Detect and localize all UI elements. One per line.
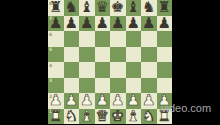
video-frame: 8♜♞♝♛♚♝♞♜7♟♟♟♟♟♟♟♟65432♟♟♟♟♟♟♟♟1♜♞♝♛♚♝♞♜… [0, 0, 220, 124]
square-g1[interactable]: ♞ [141, 109, 157, 125]
black-pawn[interactable]: ♟ [126, 16, 142, 32]
rank-label-3: 3 [49, 78, 52, 83]
square-f7[interactable]: ♟ [126, 16, 142, 32]
square-e7[interactable]: ♟ [110, 16, 126, 32]
black-pawn[interactable]: ♟ [95, 16, 111, 32]
square-b7[interactable]: ♟ [64, 16, 80, 32]
white-queen[interactable]: ♛ [95, 109, 111, 125]
square-d4[interactable] [95, 62, 111, 78]
square-b6[interactable] [64, 31, 80, 47]
square-h5[interactable] [157, 47, 173, 63]
rank-label-5: 5 [49, 47, 52, 52]
square-f1[interactable]: ♝ [126, 109, 142, 125]
square-c4[interactable] [79, 62, 95, 78]
square-c1[interactable]: ♝ [79, 109, 95, 125]
square-g6[interactable] [141, 31, 157, 47]
square-e5[interactable] [110, 47, 126, 63]
square-a6[interactable]: 6 [48, 31, 64, 47]
black-pawn[interactable]: ♟ [79, 16, 95, 32]
square-e6[interactable] [110, 31, 126, 47]
white-knight[interactable]: ♞ [141, 109, 157, 125]
square-a4[interactable]: 4 [48, 62, 64, 78]
square-h4[interactable] [157, 62, 173, 78]
square-d6[interactable] [95, 31, 111, 47]
black-pawn[interactable]: ♟ [141, 16, 157, 32]
square-f6[interactable] [126, 31, 142, 47]
rank-label-6: 6 [49, 32, 52, 37]
white-king[interactable]: ♚ [110, 109, 126, 125]
square-c5[interactable] [79, 47, 95, 63]
square-b4[interactable] [64, 62, 80, 78]
square-b1[interactable]: ♞ [64, 109, 80, 125]
square-e1[interactable]: ♚ [110, 109, 126, 125]
watermark-text: video.com [161, 102, 211, 114]
rank-label-4: 4 [49, 63, 52, 68]
square-e4[interactable] [110, 62, 126, 78]
square-h6[interactable] [157, 31, 173, 47]
black-pawn[interactable]: ♟ [64, 16, 80, 32]
black-pawn[interactable]: ♟ [157, 16, 173, 32]
black-pawn[interactable]: ♟ [110, 16, 126, 32]
white-bishop[interactable]: ♝ [126, 109, 142, 125]
square-h7[interactable]: ♟ [157, 16, 173, 32]
square-a7[interactable]: 7♟ [48, 16, 64, 32]
black-pawn[interactable]: ♟ [48, 16, 64, 32]
square-b5[interactable] [64, 47, 80, 63]
white-rook[interactable]: ♜ [48, 109, 64, 125]
square-c6[interactable] [79, 31, 95, 47]
square-d7[interactable]: ♟ [95, 16, 111, 32]
white-bishop[interactable]: ♝ [79, 109, 95, 125]
square-f4[interactable] [126, 62, 142, 78]
square-d5[interactable] [95, 47, 111, 63]
square-g5[interactable] [141, 47, 157, 63]
square-g7[interactable]: ♟ [141, 16, 157, 32]
square-g4[interactable] [141, 62, 157, 78]
square-f5[interactable] [126, 47, 142, 63]
square-a5[interactable]: 5 [48, 47, 64, 63]
chess-board[interactable]: 8♜♞♝♛♚♝♞♜7♟♟♟♟♟♟♟♟65432♟♟♟♟♟♟♟♟1♜♞♝♛♚♝♞♜ [48, 0, 172, 124]
white-knight[interactable]: ♞ [64, 109, 80, 125]
square-d1[interactable]: ♛ [95, 109, 111, 125]
square-a1[interactable]: 1♜ [48, 109, 64, 125]
square-c7[interactable]: ♟ [79, 16, 95, 32]
